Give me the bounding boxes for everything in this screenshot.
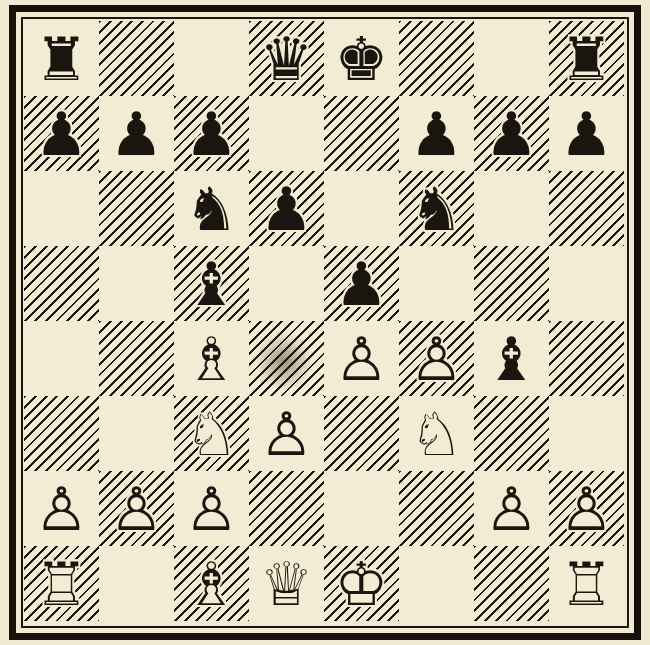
square-e8[interactable]: ♚♚: [324, 21, 399, 96]
square-b1[interactable]: [99, 546, 174, 621]
square-f3[interactable]: ♞♘: [399, 396, 474, 471]
square-a3[interactable]: [24, 396, 99, 471]
square-d3[interactable]: ♟♙: [249, 396, 324, 471]
square-h7[interactable]: ♟♟: [549, 96, 624, 171]
square-f1[interactable]: [399, 546, 474, 621]
square-a5[interactable]: [24, 246, 99, 321]
square-f4[interactable]: ♟♙: [399, 321, 474, 396]
square-c4[interactable]: ♝♗: [174, 321, 249, 396]
piece-white-pawn: ♙: [99, 471, 174, 546]
square-d7[interactable]: [249, 96, 324, 171]
piece-white-pawn: ♙: [474, 471, 549, 546]
square-e3[interactable]: [324, 396, 399, 471]
piece-white-king: ♔: [324, 546, 399, 621]
square-c5[interactable]: ♝♝: [174, 246, 249, 321]
piece-white-pawn: ♙: [399, 321, 474, 396]
square-b4[interactable]: [99, 321, 174, 396]
piece-black-bishop: ♝: [474, 321, 549, 396]
square-h5[interactable]: [549, 246, 624, 321]
square-h3[interactable]: [549, 396, 624, 471]
square-c3[interactable]: ♞♘: [174, 396, 249, 471]
square-a7[interactable]: ♟♟: [24, 96, 99, 171]
square-d5[interactable]: [249, 246, 324, 321]
piece-black-rook: ♜: [24, 21, 99, 96]
square-h8[interactable]: ♜♜: [549, 21, 624, 96]
diagram-outer-frame: ♜♜♛♛♚♚♜♜♟♟♟♟♟♟♟♟♟♟♟♟♞♞♟♟♞♞♝♝♟♟♝♗♟♙♟♙♝♝♞♘…: [9, 5, 641, 640]
piece-white-queen: ♕: [249, 546, 324, 621]
square-e2[interactable]: [324, 471, 399, 546]
square-g6[interactable]: [474, 171, 549, 246]
square-b2[interactable]: ♟♙: [99, 471, 174, 546]
square-h2[interactable]: ♟♙: [549, 471, 624, 546]
square-c8[interactable]: [174, 21, 249, 96]
piece-black-knight: ♞: [174, 171, 249, 246]
chess-board: ♜♜♛♛♚♚♜♜♟♟♟♟♟♟♟♟♟♟♟♟♞♞♟♟♞♞♝♝♟♟♝♗♟♙♟♙♝♝♞♘…: [24, 21, 624, 621]
square-e5[interactable]: ♟♟: [324, 246, 399, 321]
square-g8[interactable]: [474, 21, 549, 96]
square-f8[interactable]: [399, 21, 474, 96]
book-page: { "game": "chess", "description": "Print…: [0, 0, 650, 645]
piece-white-pawn: ♙: [24, 471, 99, 546]
piece-black-pawn: ♟: [474, 96, 549, 171]
piece-black-pawn: ♟: [549, 96, 624, 171]
piece-white-knight: ♘: [174, 396, 249, 471]
piece-black-pawn: ♟: [99, 96, 174, 171]
square-h4[interactable]: [549, 321, 624, 396]
square-a8[interactable]: ♜♜: [24, 21, 99, 96]
piece-white-pawn: ♙: [249, 396, 324, 471]
square-f5[interactable]: [399, 246, 474, 321]
piece-black-pawn: ♟: [249, 171, 324, 246]
piece-black-bishop: ♝: [174, 246, 249, 321]
square-a2[interactable]: ♟♙: [24, 471, 99, 546]
square-c7[interactable]: ♟♟: [174, 96, 249, 171]
square-g5[interactable]: [474, 246, 549, 321]
square-d8[interactable]: ♛♛: [249, 21, 324, 96]
piece-white-knight: ♘: [399, 396, 474, 471]
square-e6[interactable]: [324, 171, 399, 246]
square-b7[interactable]: ♟♟: [99, 96, 174, 171]
square-d4[interactable]: [249, 321, 324, 396]
square-f7[interactable]: ♟♟: [399, 96, 474, 171]
piece-black-pawn: ♟: [399, 96, 474, 171]
piece-black-pawn: ♟: [174, 96, 249, 171]
square-g2[interactable]: ♟♙: [474, 471, 549, 546]
square-c6[interactable]: ♞♞: [174, 171, 249, 246]
square-b5[interactable]: [99, 246, 174, 321]
piece-white-rook: ♖: [549, 546, 624, 621]
square-g3[interactable]: [474, 396, 549, 471]
square-d6[interactable]: ♟♟: [249, 171, 324, 246]
square-f6[interactable]: ♞♞: [399, 171, 474, 246]
piece-white-pawn: ♙: [549, 471, 624, 546]
piece-white-pawn: ♙: [174, 471, 249, 546]
piece-white-bishop: ♗: [174, 321, 249, 396]
square-h1[interactable]: ♜♖: [549, 546, 624, 621]
square-a4[interactable]: [24, 321, 99, 396]
square-g4[interactable]: ♝♝: [474, 321, 549, 396]
square-g7[interactable]: ♟♟: [474, 96, 549, 171]
square-b6[interactable]: [99, 171, 174, 246]
square-b3[interactable]: [99, 396, 174, 471]
square-g1[interactable]: [474, 546, 549, 621]
piece-black-king: ♚: [324, 21, 399, 96]
piece-white-rook: ♖: [24, 546, 99, 621]
piece-black-queen: ♛: [249, 21, 324, 96]
square-a1[interactable]: ♜♖: [24, 546, 99, 621]
piece-white-bishop: ♗: [174, 546, 249, 621]
square-c1[interactable]: ♝♗: [174, 546, 249, 621]
square-d1[interactable]: ♛♕: [249, 546, 324, 621]
square-a6[interactable]: [24, 171, 99, 246]
square-c2[interactable]: ♟♙: [174, 471, 249, 546]
piece-black-rook: ♜: [549, 21, 624, 96]
piece-black-pawn: ♟: [324, 246, 399, 321]
square-b8[interactable]: [99, 21, 174, 96]
square-e4[interactable]: ♟♙: [324, 321, 399, 396]
piece-white-pawn: ♙: [324, 321, 399, 396]
square-h6[interactable]: [549, 171, 624, 246]
piece-black-pawn: ♟: [24, 96, 99, 171]
diagram-inner-frame: ♜♜♛♛♚♚♜♜♟♟♟♟♟♟♟♟♟♟♟♟♞♞♟♟♞♞♝♝♟♟♝♗♟♙♟♙♝♝♞♘…: [21, 17, 629, 628]
square-f2[interactable]: [399, 471, 474, 546]
square-e7[interactable]: [324, 96, 399, 171]
piece-black-knight: ♞: [399, 171, 474, 246]
square-d2[interactable]: [249, 471, 324, 546]
square-e1[interactable]: ♚♔: [324, 546, 399, 621]
